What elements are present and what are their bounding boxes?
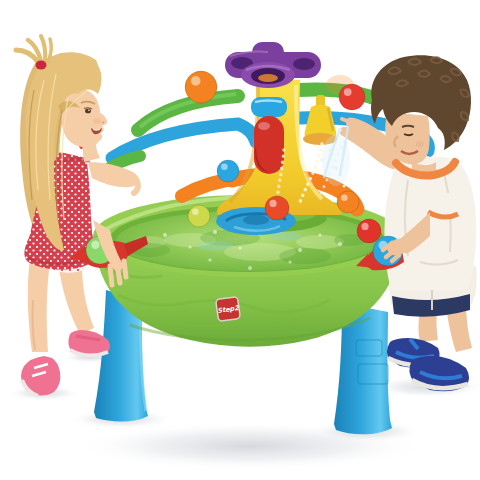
girl-nostril: [102, 122, 104, 124]
girl-eye: [85, 109, 91, 114]
yellow-green-ball-water-highlight: [192, 209, 199, 216]
eye-glint: [88, 110, 90, 112]
orange-ball-water-right-highlight: [341, 195, 348, 202]
orange-ball-track-left: [185, 71, 217, 103]
spinner-hub: [243, 215, 269, 225]
green-ball-left-scoop-highlight: [91, 240, 99, 248]
red-ball-on-spinner-highlight: [269, 200, 276, 207]
red-ball-right-rim: [357, 219, 381, 243]
boy-cheek: [416, 141, 424, 147]
orange-ball-water-right: [337, 191, 359, 213]
girl-cheek: [93, 118, 101, 124]
orange-ball-track-left-highlight: [191, 76, 201, 86]
yellow-green-ball-water: [188, 205, 210, 227]
red-ball-track-right-highlight: [344, 88, 352, 96]
product-photo: Step2: [0, 0, 480, 480]
ball-in-funnel: [258, 74, 278, 82]
window-gloss: [258, 122, 270, 130]
red-ball-track-right: [339, 84, 365, 110]
right-cup-hole: [293, 58, 315, 70]
blue-ball-tower-base: [217, 160, 239, 182]
hair-tie: [36, 61, 47, 70]
red-ball-right-rim-highlight: [361, 223, 368, 230]
girl-leg-left: [28, 258, 50, 352]
scene-canvas: Step2: [0, 0, 480, 480]
brand-badge: Step2: [216, 297, 241, 322]
blue-ball-tower-base-highlight: [221, 164, 228, 171]
red-ball-on-spinner: [265, 196, 289, 220]
